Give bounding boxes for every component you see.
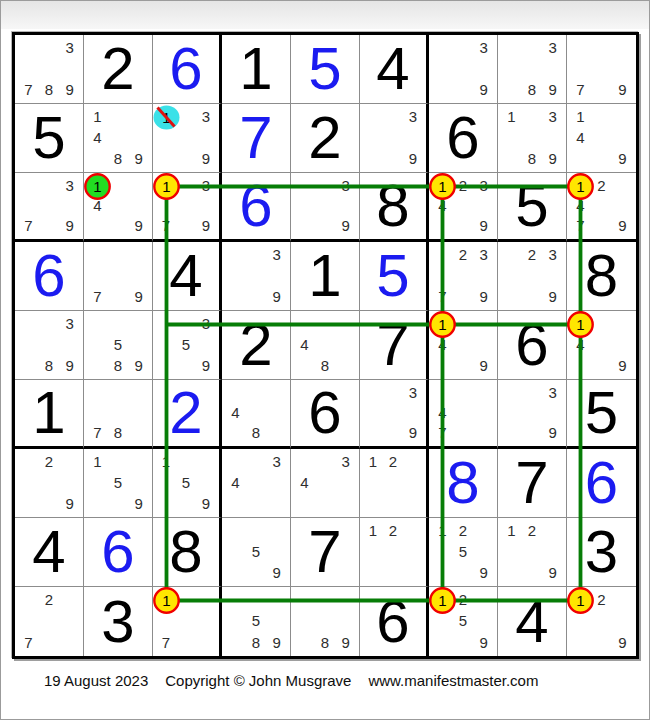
candidate-1: 1 — [156, 106, 176, 127]
cell-r4c8[interactable]: 239 — [498, 242, 567, 311]
given-digit: 6 — [429, 104, 497, 172]
cell-r4c5[interactable]: 1 — [291, 242, 360, 311]
given-digit: 8 — [567, 242, 636, 310]
candidate-1: 1 — [87, 106, 108, 127]
pencil-marks: 89 — [291, 587, 359, 656]
pencil-marks: 129 — [498, 518, 566, 586]
pencil-marks: 39 — [498, 380, 566, 446]
candidate-9: 9 — [542, 79, 563, 100]
cell-r2c2[interactable]: 1489 — [84, 104, 153, 173]
given-digit: 4 — [153, 242, 219, 310]
candidate-8: 8 — [246, 423, 267, 443]
cell-r4c2[interactable]: 79 — [84, 242, 153, 311]
candidate-8: 8 — [39, 355, 60, 376]
cell-r2c8[interactable]: 1389 — [498, 104, 567, 173]
cell-r7c6[interactable]: 12 — [360, 449, 429, 518]
candidate-1: 1 — [432, 313, 453, 334]
cell-r4c4[interactable]: 39 — [222, 242, 291, 311]
candidate-3: 3 — [59, 175, 80, 195]
candidate-1: 1 — [432, 520, 453, 541]
pencil-marks: 149 — [429, 311, 497, 379]
given-digit: 3 — [567, 518, 636, 586]
cell-r7c3[interactable]: 159 — [153, 449, 222, 518]
candidate-7: 7 — [432, 423, 453, 443]
given-digit: 5 — [498, 173, 566, 239]
footer-copyright: Copyright © John Musgrave — [165, 672, 351, 689]
cell-r9c8[interactable]: 4 — [498, 587, 567, 656]
candidate-9: 9 — [59, 355, 80, 376]
solved-digit: 6 — [84, 518, 152, 586]
pencil-marks: 139 — [153, 104, 219, 172]
candidate-7: 7 — [18, 79, 39, 100]
given-digit: 5 — [15, 104, 83, 172]
pencil-marks: 17 — [153, 587, 219, 656]
candidate-4: 4 — [570, 195, 591, 215]
candidate-8: 8 — [522, 148, 543, 169]
candidate-4: 4 — [294, 334, 315, 355]
cell-r2c7[interactable]: 6 — [429, 104, 498, 173]
candidate-7: 7 — [18, 632, 39, 653]
candidate-2: 2 — [39, 451, 60, 472]
candidate-1: 1 — [570, 106, 591, 127]
pencil-marks: 78 — [84, 380, 152, 446]
candidate-2: 2 — [453, 244, 474, 265]
candidate-9: 9 — [542, 286, 563, 307]
cell-r7c1[interactable]: 29 — [15, 449, 84, 518]
candidate-2: 2 — [453, 589, 474, 610]
candidate-3: 3 — [196, 106, 216, 127]
cell-r1c1[interactable]: 3789 — [15, 35, 84, 104]
candidate-3: 3 — [196, 313, 216, 334]
candidate-4: 4 — [432, 402, 453, 422]
candidate-2: 2 — [522, 244, 543, 265]
pencil-marks: 589 — [84, 311, 152, 379]
cell-r5c1[interactable]: 389 — [15, 311, 84, 380]
candidate-2: 2 — [591, 175, 612, 195]
cell-r1c5[interactable]: 5 — [291, 35, 360, 104]
candidate-8: 8 — [108, 355, 129, 376]
pencil-marks: 39 — [429, 35, 497, 103]
cell-r9c9[interactable]: 129 — [567, 587, 636, 656]
given-digit: 6 — [498, 311, 566, 379]
cell-r3c9[interactable]: 12479 — [567, 173, 636, 242]
pencil-marks: 389 — [15, 311, 83, 379]
candidate-8: 8 — [39, 79, 60, 100]
pencil-marks: 1259 — [429, 518, 497, 586]
candidate-3: 3 — [542, 382, 563, 402]
pencil-marks: 39 — [360, 104, 426, 172]
pencil-marks: 79 — [567, 35, 636, 103]
candidate-3: 3 — [335, 175, 356, 195]
candidate-4: 4 — [87, 195, 108, 215]
cell-r5c8[interactable]: 6 — [498, 311, 567, 380]
cell-r2c6[interactable]: 39 — [360, 104, 429, 173]
candidate-9: 9 — [128, 355, 149, 376]
window-top-band — [1, 1, 649, 29]
solved-digit: 2 — [153, 380, 219, 446]
candidate-9: 9 — [612, 632, 633, 653]
cell-r3c6[interactable]: 8 — [360, 173, 429, 242]
candidate-8: 8 — [315, 355, 336, 376]
pencil-marks: 379 — [15, 173, 83, 239]
cell-r6c2[interactable]: 78 — [84, 380, 153, 449]
candidate-8: 8 — [315, 632, 336, 653]
pencil-marks: 159 — [84, 449, 152, 517]
cell-r8c6[interactable]: 12 — [360, 518, 429, 587]
candidate-2: 2 — [591, 589, 612, 610]
candidate-9: 9 — [473, 216, 494, 236]
pencil-marks: 39 — [360, 380, 426, 446]
pencil-marks: 159 — [153, 449, 219, 517]
pencil-marks: 34 — [291, 449, 359, 517]
candidate-9: 9 — [128, 148, 149, 169]
candidate-3: 3 — [542, 244, 563, 265]
cell-r3c1[interactable]: 379 — [15, 173, 84, 242]
cell-r4c6[interactable]: 5 — [360, 242, 429, 311]
cell-r4c7[interactable]: 2379 — [429, 242, 498, 311]
candidate-5: 5 — [453, 541, 474, 562]
cell-r6c1[interactable]: 1 — [15, 380, 84, 449]
cell-r7c2[interactable]: 159 — [84, 449, 153, 518]
pencil-marks: 389 — [498, 35, 566, 103]
candidate-3: 3 — [196, 175, 216, 195]
cell-r9c1[interactable]: 27 — [15, 587, 84, 656]
given-digit: 7 — [498, 449, 566, 517]
candidate-9: 9 — [128, 493, 149, 514]
solved-digit: 5 — [291, 35, 359, 103]
candidate-3: 3 — [403, 382, 423, 402]
cell-r5c5[interactable]: 48 — [291, 311, 360, 380]
candidate-5: 5 — [176, 334, 196, 355]
candidate-7: 7 — [156, 216, 176, 236]
pencil-marks: 39 — [291, 173, 359, 239]
pencil-marks: 149 — [567, 311, 636, 379]
pencil-marks: 59 — [222, 518, 290, 586]
candidate-7: 7 — [156, 632, 176, 653]
candidate-9: 9 — [542, 423, 563, 443]
candidate-9: 9 — [473, 562, 494, 583]
candidate-8: 8 — [108, 423, 129, 443]
candidate-3: 3 — [473, 37, 494, 58]
candidate-7: 7 — [87, 423, 108, 443]
candidate-9: 9 — [473, 286, 494, 307]
candidate-8: 8 — [246, 632, 267, 653]
given-digit: 3 — [84, 587, 152, 656]
cell-r6c9[interactable]: 5 — [567, 380, 636, 449]
candidate-3: 3 — [473, 175, 494, 195]
cell-r6c3[interactable]: 2 — [153, 380, 222, 449]
given-digit: 5 — [567, 380, 636, 446]
pencil-marks: 3789 — [15, 35, 83, 103]
candidate-5: 5 — [108, 334, 129, 355]
cell-r1c3[interactable]: 6 — [153, 35, 222, 104]
candidate-3: 3 — [59, 37, 80, 58]
cell-r3c7[interactable]: 12349 — [429, 173, 498, 242]
pencil-marks: 129 — [567, 587, 636, 656]
candidate-4: 4 — [570, 334, 591, 355]
cell-r9c5[interactable]: 89 — [291, 587, 360, 656]
candidate-2: 2 — [453, 175, 474, 195]
candidate-3: 3 — [542, 37, 563, 58]
candidate-1: 1 — [432, 175, 453, 195]
candidate-9: 9 — [473, 632, 494, 653]
pencil-marks: 1259 — [429, 587, 497, 656]
pencil-marks: 34 — [222, 449, 290, 517]
given-digit: 7 — [360, 311, 426, 379]
cell-r9c4[interactable]: 589 — [222, 587, 291, 656]
page: 3789261543938979514891397239613891493791… — [0, 0, 650, 720]
candidate-9: 9 — [128, 216, 149, 236]
candidate-7: 7 — [570, 79, 591, 100]
candidate-9: 9 — [542, 562, 563, 583]
footer: 19 August 2023 Copyright © John Musgrave… — [44, 672, 538, 689]
given-digit: 8 — [153, 518, 219, 586]
given-digit: 1 — [291, 242, 359, 310]
cell-r8c2[interactable]: 6 — [84, 518, 153, 587]
cell-r2c9[interactable]: 149 — [567, 104, 636, 173]
candidate-9: 9 — [335, 632, 356, 653]
candidate-1: 1 — [501, 106, 522, 127]
cell-r2c1[interactable]: 5 — [15, 104, 84, 173]
candidate-9: 9 — [612, 148, 633, 169]
cell-r7c7[interactable]: 8 — [429, 449, 498, 518]
cell-r8c9[interactable]: 3 — [567, 518, 636, 587]
candidate-4: 4 — [225, 472, 246, 493]
pencil-marks: 47 — [429, 380, 497, 446]
candidate-9: 9 — [128, 286, 149, 307]
candidate-9: 9 — [196, 355, 216, 376]
candidate-1: 1 — [363, 451, 383, 472]
candidate-2: 2 — [383, 520, 403, 541]
sudoku-board: 3789261543938979514891397239613891493791… — [12, 32, 639, 659]
pencil-marks: 149 — [567, 104, 636, 172]
cell-r9c6[interactable]: 6 — [360, 587, 429, 656]
candidate-9: 9 — [335, 216, 356, 236]
cell-r3c5[interactable]: 39 — [291, 173, 360, 242]
candidate-9: 9 — [473, 355, 494, 376]
cell-r1c9[interactable]: 79 — [567, 35, 636, 104]
pencil-marks: 27 — [15, 587, 83, 656]
candidate-3: 3 — [266, 451, 287, 472]
candidate-1: 1 — [501, 520, 522, 541]
candidate-2: 2 — [39, 589, 60, 610]
cell-r4c9[interactable]: 8 — [567, 242, 636, 311]
pencil-marks: 39 — [222, 242, 290, 310]
pencil-marks: 12 — [360, 449, 426, 517]
solved-digit: 6 — [15, 242, 83, 310]
candidate-9: 9 — [59, 79, 80, 100]
candidate-4: 4 — [570, 127, 591, 148]
cell-r9c2[interactable]: 3 — [84, 587, 153, 656]
candidate-5: 5 — [453, 610, 474, 631]
cell-r2c5[interactable]: 2 — [291, 104, 360, 173]
candidate-1: 1 — [432, 589, 453, 610]
cell-r7c4[interactable]: 34 — [222, 449, 291, 518]
given-digit: 4 — [360, 35, 426, 103]
cell-r3c2[interactable]: 149 — [84, 173, 153, 242]
candidate-1: 1 — [87, 451, 108, 472]
candidate-4: 4 — [432, 195, 453, 215]
candidate-5: 5 — [176, 472, 196, 493]
pencil-marks: 79 — [84, 242, 152, 310]
candidate-3: 3 — [403, 106, 423, 127]
cell-r6c5[interactable]: 6 — [291, 380, 360, 449]
cell-r5c4[interactable]: 2 — [222, 311, 291, 380]
cell-r6c7[interactable]: 47 — [429, 380, 498, 449]
candidate-8: 8 — [522, 79, 543, 100]
candidate-9: 9 — [542, 148, 563, 169]
cell-r3c4[interactable]: 6 — [222, 173, 291, 242]
candidate-7: 7 — [18, 216, 39, 236]
given-digit: 2 — [291, 104, 359, 172]
cell-r8c8[interactable]: 129 — [498, 518, 567, 587]
candidate-2: 2 — [522, 520, 543, 541]
solved-digit: 8 — [429, 449, 497, 517]
cell-r7c8[interactable]: 7 — [498, 449, 567, 518]
pencil-marks: 48 — [222, 380, 290, 446]
cell-r5c6[interactable]: 7 — [360, 311, 429, 380]
candidate-7: 7 — [87, 286, 108, 307]
candidate-1: 1 — [570, 313, 591, 334]
given-digit: 2 — [222, 311, 290, 379]
cell-r2c3[interactable]: 139 — [153, 104, 222, 173]
cell-r8c3[interactable]: 8 — [153, 518, 222, 587]
cell-r1c8[interactable]: 389 — [498, 35, 567, 104]
cell-r8c5[interactable]: 7 — [291, 518, 360, 587]
pencil-marks: 149 — [84, 173, 152, 239]
cell-r6c4[interactable]: 48 — [222, 380, 291, 449]
cell-r8c7[interactable]: 1259 — [429, 518, 498, 587]
pencil-marks: 12 — [360, 518, 426, 586]
candidate-9: 9 — [196, 148, 216, 169]
given-digit: 4 — [498, 587, 566, 656]
pencil-marks: 29 — [15, 449, 83, 517]
pencil-marks: 48 — [291, 311, 359, 379]
candidate-9: 9 — [612, 79, 633, 100]
candidate-9: 9 — [266, 562, 287, 583]
candidate-9: 9 — [612, 216, 633, 236]
pencil-marks: 589 — [222, 587, 290, 656]
candidate-9: 9 — [266, 286, 287, 307]
pencil-marks: 239 — [498, 242, 566, 310]
cell-r7c5[interactable]: 34 — [291, 449, 360, 518]
candidate-9: 9 — [59, 493, 80, 514]
candidate-8: 8 — [108, 148, 129, 169]
cell-r8c4[interactable]: 59 — [222, 518, 291, 587]
footer-website[interactable]: www.manifestmaster.com — [368, 672, 538, 689]
pencil-marks: 1379 — [153, 173, 219, 239]
given-digit: 6 — [360, 587, 426, 656]
cell-r1c2[interactable]: 2 — [84, 35, 153, 104]
candidate-9: 9 — [473, 79, 494, 100]
candidate-4: 4 — [87, 127, 108, 148]
candidate-2: 2 — [383, 451, 403, 472]
candidate-3: 3 — [59, 313, 80, 334]
cell-r1c6[interactable]: 4 — [360, 35, 429, 104]
candidate-1: 1 — [363, 520, 383, 541]
cell-r5c3[interactable]: 359 — [153, 311, 222, 380]
candidate-1: 1 — [570, 175, 591, 195]
candidate-1: 1 — [570, 589, 591, 610]
cell-r9c7[interactable]: 1259 — [429, 587, 498, 656]
candidate-7: 7 — [432, 286, 453, 307]
candidate-4: 4 — [294, 472, 315, 493]
cell-r1c4[interactable]: 1 — [222, 35, 291, 104]
cell-r7c9[interactable]: 6 — [567, 449, 636, 518]
candidate-9: 9 — [196, 493, 216, 514]
cell-r3c8[interactable]: 5 — [498, 173, 567, 242]
pencil-marks: 1489 — [84, 104, 152, 172]
given-digit: 1 — [15, 380, 83, 446]
given-digit: 8 — [360, 173, 426, 239]
cell-r6c8[interactable]: 39 — [498, 380, 567, 449]
candidate-1: 1 — [156, 175, 176, 195]
solved-digit: 6 — [222, 173, 290, 239]
pencil-marks: 12349 — [429, 173, 497, 239]
candidate-5: 5 — [246, 541, 267, 562]
pencil-marks: 12479 — [567, 173, 636, 239]
candidate-3: 3 — [473, 244, 494, 265]
given-digit: 4 — [15, 518, 83, 586]
candidate-2: 2 — [453, 520, 474, 541]
candidate-3: 3 — [335, 451, 356, 472]
solved-digit: 6 — [153, 35, 219, 103]
pencil-marks: 1389 — [498, 104, 566, 172]
given-digit: 1 — [222, 35, 290, 103]
cell-r1c7[interactable]: 39 — [429, 35, 498, 104]
candidate-7: 7 — [570, 216, 591, 236]
given-digit: 2 — [84, 35, 152, 103]
candidate-4: 4 — [225, 402, 246, 422]
pencil-marks: 2379 — [429, 242, 497, 310]
candidate-9: 9 — [196, 216, 216, 236]
candidate-3: 3 — [266, 244, 287, 265]
cell-r9c3[interactable]: 17 — [153, 587, 222, 656]
cell-r4c3[interactable]: 4 — [153, 242, 222, 311]
candidate-9: 9 — [612, 355, 633, 376]
given-digit: 6 — [291, 380, 359, 446]
solved-digit: 7 — [222, 104, 290, 172]
cell-r5c7[interactable]: 149 — [429, 311, 498, 380]
candidate-1: 1 — [156, 589, 176, 610]
cell-r5c2[interactable]: 589 — [84, 311, 153, 380]
candidate-4: 4 — [432, 334, 453, 355]
candidate-3: 3 — [542, 106, 563, 127]
given-digit: 7 — [291, 518, 359, 586]
candidate-9: 9 — [403, 423, 423, 443]
solved-digit: 5 — [360, 242, 426, 310]
candidate-5: 5 — [108, 472, 129, 493]
footer-date: 19 August 2023 — [44, 672, 148, 689]
candidate-9: 9 — [59, 216, 80, 236]
cell-r2c4[interactable]: 7 — [222, 104, 291, 173]
cell-r6c6[interactable]: 39 — [360, 380, 429, 449]
solved-digit: 6 — [567, 449, 636, 517]
cell-r8c1[interactable]: 4 — [15, 518, 84, 587]
candidate-5: 5 — [246, 610, 267, 631]
pencil-marks: 359 — [153, 311, 219, 379]
cell-r5c9[interactable]: 149 — [567, 311, 636, 380]
candidate-9: 9 — [403, 148, 423, 169]
candidate-9: 9 — [266, 632, 287, 653]
cell-r4c1[interactable]: 6 — [15, 242, 84, 311]
cell-r3c3[interactable]: 1379 — [153, 173, 222, 242]
candidate-1: 1 — [87, 175, 108, 195]
candidate-1: 1 — [156, 451, 176, 472]
